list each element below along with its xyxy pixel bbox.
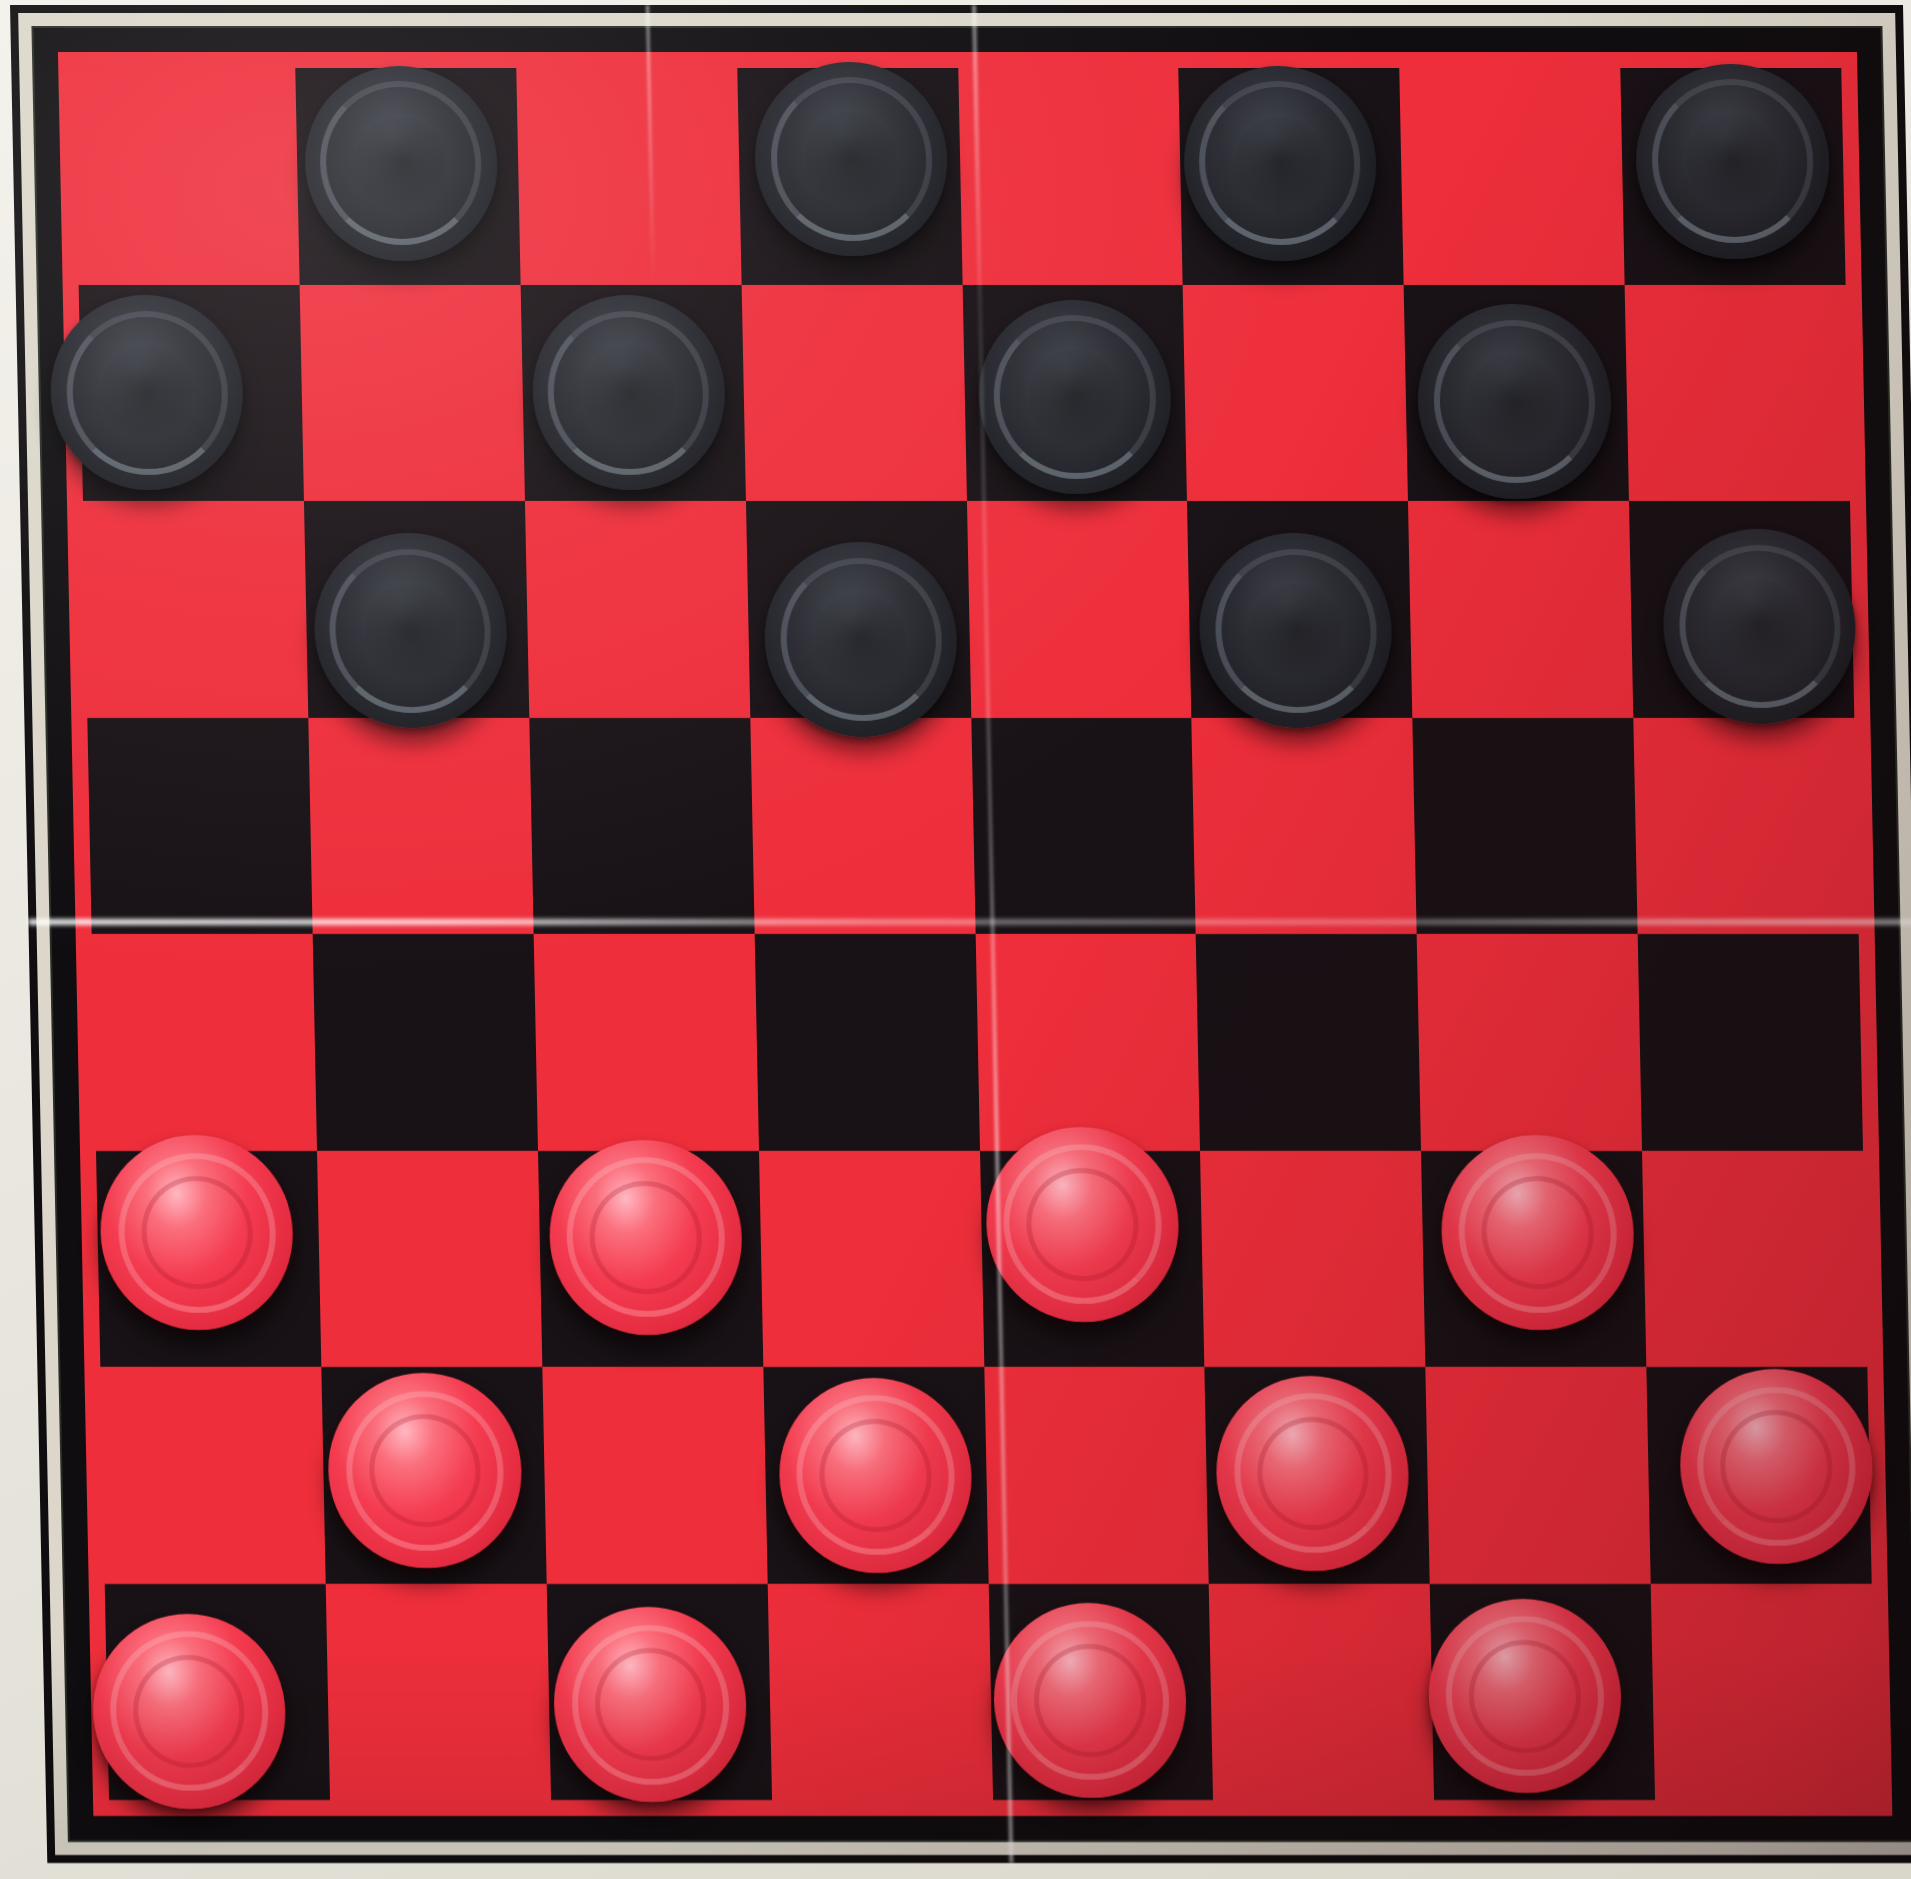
square-r7c3 [542, 1367, 767, 1584]
square-r1c5 [958, 68, 1183, 285]
red-piece-r8c5[interactable]: ⛀ [992, 1603, 1188, 1798]
square-r5c2[interactable] [313, 934, 538, 1151]
square-r2c3[interactable]: ⛂ [520, 285, 745, 502]
board-field: ⛂⛂⛂⛂⛂⛂⛂⛂⛂⛂⛂⛂⛀⛀⛀⛀⛀⛀⛀⛀⛀⛀⛀⛀ [74, 68, 1876, 1800]
board-field-margin: ⛂⛂⛂⛂⛂⛂⛂⛂⛂⛂⛂⛂⛀⛀⛀⛀⛀⛀⛀⛀⛀⛀⛀⛀ [58, 52, 1892, 1816]
square-r8c8 [1651, 1584, 1876, 1801]
square-r7c6[interactable]: ⛀ [1205, 1367, 1430, 1584]
red-piece-r8c3[interactable]: ⛀ [552, 1607, 748, 1802]
red-piece-r8c1[interactable]: ⛀ [91, 1614, 287, 1809]
square-r8c6 [1209, 1584, 1434, 1801]
black-piece-r1c2[interactable]: ⛂ [303, 66, 499, 261]
square-r1c3 [516, 68, 741, 285]
square-r6c5[interactable]: ⛀ [979, 1151, 1204, 1368]
square-r3c6[interactable]: ⛂ [1187, 501, 1412, 718]
square-r6c4 [759, 1151, 984, 1368]
square-r4c3[interactable] [529, 718, 754, 935]
square-r2c5[interactable]: ⛂ [962, 285, 1187, 502]
red-piece-r7c4[interactable]: ⛀ [778, 1378, 974, 1573]
square-r5c6[interactable] [1196, 934, 1421, 1151]
square-r6c8 [1642, 1151, 1867, 1368]
square-r7c7 [1426, 1367, 1651, 1584]
black-piece-r1c8[interactable]: ⛂ [1635, 64, 1831, 259]
photo-background: ⛂⛂⛂⛂⛂⛂⛂⛂⛂⛂⛂⛂⛀⛀⛀⛀⛀⛀⛀⛀⛀⛀⛀⛀ [0, 0, 1911, 1879]
black-piece-r1c6[interactable]: ⛂ [1182, 66, 1378, 261]
black-piece-r3c2[interactable]: ⛂ [312, 533, 508, 728]
red-piece-r7c6[interactable]: ⛀ [1215, 1376, 1411, 1571]
square-r3c2[interactable]: ⛂ [304, 501, 529, 718]
square-r5c1 [92, 934, 317, 1151]
square-r3c3 [525, 501, 750, 718]
square-r2c7[interactable]: ⛂ [1404, 285, 1629, 502]
black-piece-r2c1[interactable]: ⛂ [49, 295, 245, 490]
square-r5c8[interactable] [1638, 934, 1863, 1151]
square-r8c4 [767, 1584, 992, 1801]
black-piece-r2c3[interactable]: ⛂ [531, 295, 727, 490]
square-r5c3 [533, 934, 758, 1151]
square-r4c5[interactable] [971, 718, 1196, 935]
square-r6c1[interactable]: ⛀ [96, 1151, 321, 1368]
square-r5c7 [1417, 934, 1642, 1151]
square-r7c4[interactable]: ⛀ [763, 1367, 988, 1584]
red-piece-r6c7[interactable]: ⛀ [1440, 1135, 1636, 1330]
square-r7c5 [984, 1367, 1209, 1584]
square-r1c8[interactable]: ⛂ [1620, 68, 1845, 285]
square-r7c8[interactable]: ⛀ [1646, 1367, 1871, 1584]
square-r7c2[interactable]: ⛀ [321, 1367, 546, 1584]
square-r1c7 [1400, 68, 1625, 285]
red-piece-r7c2[interactable]: ⛀ [327, 1373, 523, 1568]
black-piece-r2c7[interactable]: ⛂ [1416, 304, 1612, 499]
red-piece-r7c8[interactable]: ⛀ [1679, 1369, 1875, 1564]
red-piece-r6c3[interactable]: ⛀ [547, 1140, 743, 1335]
square-r8c2 [326, 1584, 551, 1801]
square-r8c5[interactable]: ⛀ [988, 1584, 1213, 1801]
square-r8c1[interactable]: ⛀ [105, 1584, 330, 1801]
square-r3c7 [1408, 501, 1633, 718]
square-r4c1[interactable] [87, 718, 312, 935]
square-r6c6 [1200, 1151, 1425, 1368]
square-r4c2 [308, 718, 533, 935]
square-r3c8[interactable]: ⛂ [1629, 501, 1854, 718]
square-r8c3[interactable]: ⛀ [546, 1584, 771, 1801]
red-piece-r6c1[interactable]: ⛀ [99, 1135, 295, 1330]
red-piece-r6c5[interactable]: ⛀ [985, 1127, 1181, 1322]
square-r1c6[interactable]: ⛂ [1179, 68, 1404, 285]
square-r8c7[interactable]: ⛀ [1430, 1584, 1655, 1801]
square-r4c6 [1192, 718, 1417, 935]
square-r2c8 [1625, 285, 1850, 502]
square-r4c4 [750, 718, 975, 935]
black-piece-r3c6[interactable]: ⛂ [1198, 533, 1394, 728]
square-r3c1 [83, 501, 308, 718]
square-r4c8 [1633, 718, 1858, 935]
square-r6c7[interactable]: ⛀ [1421, 1151, 1646, 1368]
square-r2c6 [1183, 285, 1408, 502]
square-r2c2 [299, 285, 524, 502]
checkers-board: ⛂⛂⛂⛂⛂⛂⛂⛂⛂⛂⛂⛂⛀⛀⛀⛀⛀⛀⛀⛀⛀⛀⛀⛀ [10, 5, 1911, 1863]
square-r4c7[interactable] [1413, 718, 1638, 935]
square-r5c5 [975, 934, 1200, 1151]
black-piece-r1c4[interactable]: ⛂ [753, 62, 949, 257]
black-piece-r3c4[interactable]: ⛂ [763, 542, 959, 737]
square-r1c1 [74, 68, 299, 285]
square-r1c2[interactable]: ⛂ [295, 68, 520, 285]
square-r2c4 [741, 285, 966, 502]
square-r6c2 [317, 1151, 542, 1368]
square-r7c1 [100, 1367, 325, 1584]
square-r2c1[interactable]: ⛂ [79, 285, 304, 502]
black-piece-r2c5[interactable]: ⛂ [977, 300, 1173, 495]
square-r3c5 [966, 501, 1191, 718]
red-piece-r8c7[interactable]: ⛀ [1427, 1599, 1623, 1794]
black-piece-r3c8[interactable]: ⛂ [1662, 529, 1858, 724]
square-r6c3[interactable]: ⛀ [538, 1151, 763, 1368]
square-r3c4[interactable]: ⛂ [746, 501, 971, 718]
square-r5c4[interactable] [754, 934, 979, 1151]
square-r1c4[interactable]: ⛂ [737, 68, 962, 285]
